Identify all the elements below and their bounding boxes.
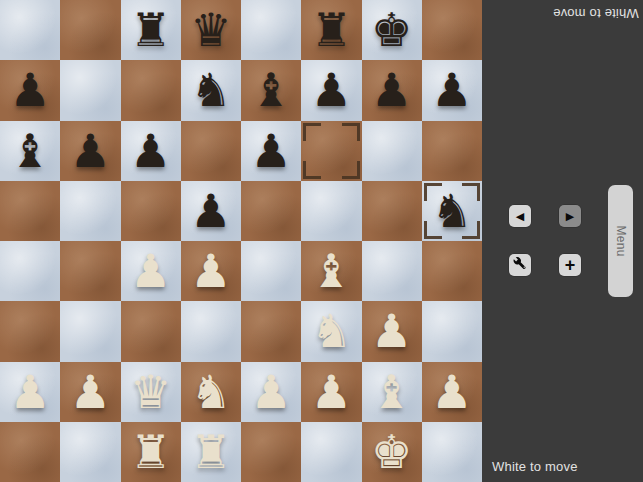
square-a6[interactable]: ♝: [0, 121, 60, 181]
square-d5[interactable]: ♟: [181, 181, 241, 241]
square-f3[interactable]: ♞: [301, 301, 361, 361]
square-h7[interactable]: ♟: [422, 60, 482, 120]
square-h5[interactable]: ♞: [422, 181, 482, 241]
previous-move-button[interactable]: ◀: [509, 205, 531, 227]
square-a7[interactable]: ♟: [0, 60, 60, 120]
square-d3[interactable]: [181, 301, 241, 361]
piece-white-bishop[interactable]: ♝: [301, 241, 361, 301]
last-move-corner-marker: [424, 221, 442, 239]
square-b7[interactable]: [60, 60, 120, 120]
piece-black-pawn[interactable]: ♟: [301, 60, 361, 120]
square-b6[interactable]: ♟: [60, 121, 120, 181]
square-c3[interactable]: [121, 301, 181, 361]
square-d1[interactable]: ♜: [181, 422, 241, 482]
opponent-status-label: White to move: [553, 6, 639, 21]
square-d7[interactable]: ♞: [181, 60, 241, 120]
square-f4[interactable]: ♝: [301, 241, 361, 301]
square-c5[interactable]: [121, 181, 181, 241]
square-b4[interactable]: [60, 241, 120, 301]
square-g3[interactable]: ♟: [362, 301, 422, 361]
square-a8[interactable]: [0, 0, 60, 60]
square-h2[interactable]: ♟: [422, 362, 482, 422]
piece-white-pawn[interactable]: ♟: [121, 241, 181, 301]
square-g2[interactable]: ♝: [362, 362, 422, 422]
last-move-corner-marker: [342, 161, 360, 179]
piece-white-pawn[interactable]: ♟: [241, 362, 301, 422]
piece-white-queen[interactable]: ♛: [121, 362, 181, 422]
menu-tab-label: Menu: [614, 225, 628, 256]
square-b1[interactable]: [60, 422, 120, 482]
square-d8[interactable]: ♛: [181, 0, 241, 60]
piece-white-bishop[interactable]: ♝: [362, 362, 422, 422]
square-g6[interactable]: [362, 121, 422, 181]
square-e6[interactable]: ♟: [241, 121, 301, 181]
square-e3[interactable]: [241, 301, 301, 361]
square-a5[interactable]: [0, 181, 60, 241]
square-f8[interactable]: ♜: [301, 0, 361, 60]
square-f1[interactable]: [301, 422, 361, 482]
piece-black-pawn[interactable]: ♟: [422, 60, 482, 120]
square-g4[interactable]: [362, 241, 422, 301]
piece-black-king[interactable]: ♚: [362, 0, 422, 60]
square-e5[interactable]: [241, 181, 301, 241]
square-c2[interactable]: ♛: [121, 362, 181, 422]
side-panel: White to move ◀ ▶ + Menu White to move: [482, 0, 643, 482]
square-b8[interactable]: [60, 0, 120, 60]
square-a2[interactable]: ♟: [0, 362, 60, 422]
left-triangle-icon: ◀: [516, 211, 524, 222]
next-move-button[interactable]: ▶: [559, 205, 581, 227]
piece-black-queen[interactable]: ♛: [181, 0, 241, 60]
piece-black-rook[interactable]: ♜: [121, 0, 181, 60]
piece-black-pawn[interactable]: ♟: [181, 181, 241, 241]
square-g8[interactable]: ♚: [362, 0, 422, 60]
plus-icon: +: [565, 256, 576, 274]
square-f6[interactable]: [301, 121, 361, 181]
square-h6[interactable]: [422, 121, 482, 181]
piece-white-rook[interactable]: ♜: [181, 422, 241, 482]
piece-white-pawn[interactable]: ♟: [422, 362, 482, 422]
square-b2[interactable]: ♟: [60, 362, 120, 422]
piece-black-pawn[interactable]: ♟: [241, 121, 301, 181]
square-f5[interactable]: [301, 181, 361, 241]
last-move-corner-marker: [303, 123, 321, 141]
last-move-corner-marker: [462, 221, 480, 239]
piece-black-knight[interactable]: ♞: [181, 60, 241, 120]
square-e4[interactable]: [241, 241, 301, 301]
square-e7[interactable]: ♝: [241, 60, 301, 120]
square-c4[interactable]: ♟: [121, 241, 181, 301]
piece-black-pawn[interactable]: ♟: [0, 60, 60, 120]
piece-black-pawn[interactable]: ♟: [60, 121, 120, 181]
square-g1[interactable]: ♚: [362, 422, 422, 482]
square-e2[interactable]: ♟: [241, 362, 301, 422]
piece-white-king[interactable]: ♚: [362, 422, 422, 482]
piece-white-pawn[interactable]: ♟: [181, 241, 241, 301]
square-g5[interactable]: [362, 181, 422, 241]
square-b5[interactable]: [60, 181, 120, 241]
piece-black-pawn[interactable]: ♟: [121, 121, 181, 181]
square-d2[interactable]: ♞: [181, 362, 241, 422]
settings-button[interactable]: [509, 254, 531, 276]
square-h4[interactable]: [422, 241, 482, 301]
last-move-corner-marker: [342, 123, 360, 141]
piece-black-bishop[interactable]: ♝: [0, 121, 60, 181]
square-c7[interactable]: [121, 60, 181, 120]
piece-white-knight[interactable]: ♞: [181, 362, 241, 422]
piece-white-rook[interactable]: ♜: [121, 422, 181, 482]
square-g7[interactable]: ♟: [362, 60, 422, 120]
square-f2[interactable]: ♟: [301, 362, 361, 422]
last-move-corner-marker: [424, 183, 442, 201]
square-c1[interactable]: ♜: [121, 422, 181, 482]
menu-tab[interactable]: Menu: [608, 185, 633, 297]
turn-status-label: White to move: [492, 459, 578, 474]
right-triangle-icon: ▶: [566, 211, 574, 222]
square-d4[interactable]: ♟: [181, 241, 241, 301]
square-a3[interactable]: [0, 301, 60, 361]
wrench-icon: [513, 256, 528, 275]
square-h8[interactable]: [422, 0, 482, 60]
square-e8[interactable]: [241, 0, 301, 60]
last-move-corner-marker: [303, 161, 321, 179]
piece-white-knight[interactable]: ♞: [301, 301, 361, 361]
square-c6[interactable]: ♟: [121, 121, 181, 181]
piece-black-rook[interactable]: ♜: [301, 0, 361, 60]
piece-white-pawn[interactable]: ♟: [60, 362, 120, 422]
piece-black-pawn[interactable]: ♟: [362, 60, 422, 120]
piece-black-bishop[interactable]: ♝: [241, 60, 301, 120]
chess-board[interactable]: ♜♛♜♚♟♞♝♟♟♟♝♟♟♟♟♞♟♟♝♞♟♟♟♛♞♟♟♝♟♜♜♚: [0, 0, 482, 482]
piece-white-pawn[interactable]: ♟: [301, 362, 361, 422]
square-h3[interactable]: [422, 301, 482, 361]
piece-white-pawn[interactable]: ♟: [0, 362, 60, 422]
square-a1[interactable]: [0, 422, 60, 482]
square-f7[interactable]: ♟: [301, 60, 361, 120]
add-button[interactable]: +: [559, 254, 581, 276]
last-move-corner-marker: [462, 183, 480, 201]
square-c8[interactable]: ♜: [121, 0, 181, 60]
square-e1[interactable]: [241, 422, 301, 482]
square-h1[interactable]: [422, 422, 482, 482]
square-d6[interactable]: [181, 121, 241, 181]
square-b3[interactable]: [60, 301, 120, 361]
piece-white-pawn[interactable]: ♟: [362, 301, 422, 361]
square-a4[interactable]: [0, 241, 60, 301]
